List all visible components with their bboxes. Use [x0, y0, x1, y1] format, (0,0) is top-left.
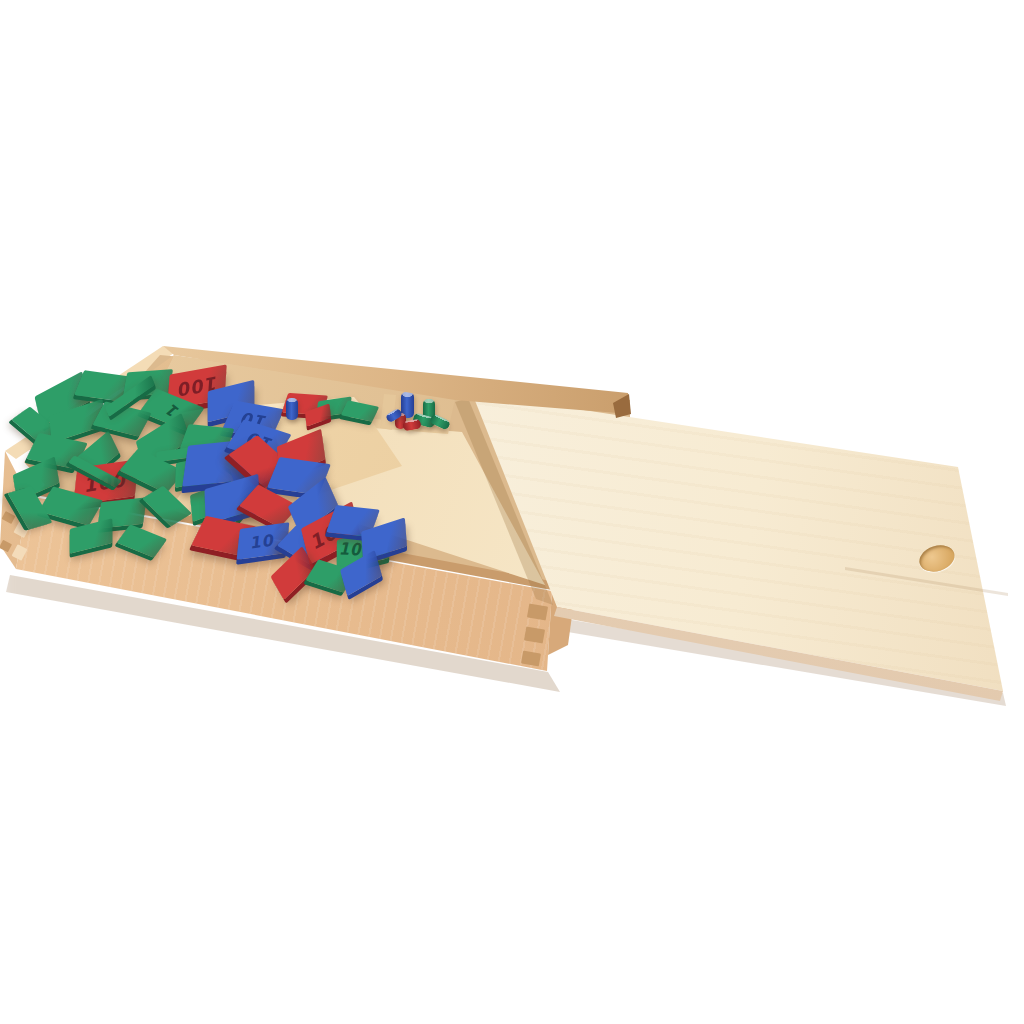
finger-joint [521, 650, 541, 666]
product-photo-montessori-stamp-game-box: 10011010010101001000 [0, 0, 1024, 1024]
peg-blue-standing [286, 398, 298, 420]
